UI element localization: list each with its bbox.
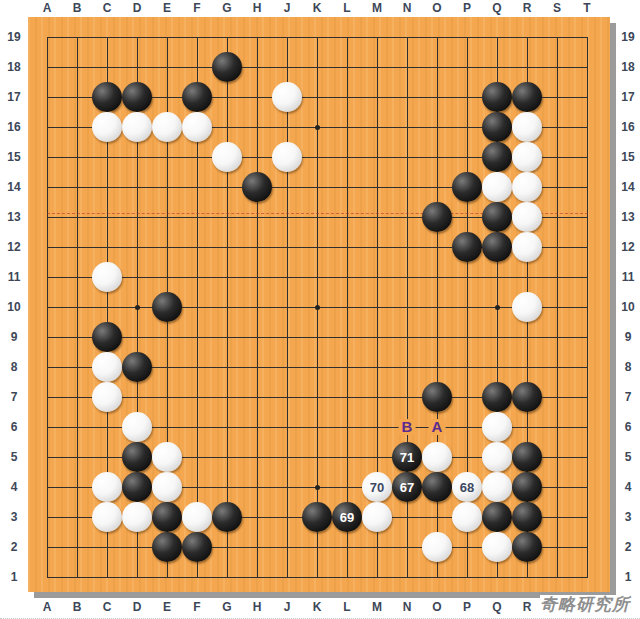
- coordinate-label: 14: [2, 180, 26, 194]
- stone-white: [482, 412, 512, 442]
- board-intersection[interactable]: [482, 172, 512, 202]
- coordinate-label: Q: [485, 1, 509, 15]
- stone-black: [242, 172, 272, 202]
- stone-white: [422, 532, 452, 562]
- board-intersection[interactable]: [512, 172, 542, 202]
- coordinate-label: 5: [616, 450, 640, 464]
- page: 7170676869AB ABCDEFGHJKLMNOPQRST ABCDEFG…: [0, 0, 640, 619]
- coordinate-label: K: [305, 600, 329, 614]
- board-intersection[interactable]: [512, 442, 542, 472]
- coordinate-label: 19: [2, 30, 26, 44]
- stone-white: [212, 142, 242, 172]
- stone-white: [152, 442, 182, 472]
- coordinate-label: D: [125, 600, 149, 614]
- stone-white: [272, 82, 302, 112]
- stone-white: [122, 412, 152, 442]
- board-intersection[interactable]: [512, 502, 542, 532]
- stone-white: [512, 232, 542, 262]
- board-intersection[interactable]: [152, 502, 182, 532]
- board-intersection[interactable]: [122, 502, 152, 532]
- coordinate-label: 1: [2, 570, 26, 584]
- stone-white: [482, 442, 512, 472]
- coordinate-label: A: [35, 600, 59, 614]
- board-intersection[interactable]: [422, 442, 452, 472]
- watermark-text: 奇略研究所: [540, 595, 640, 617]
- stone-white-move-68: 68: [452, 472, 482, 502]
- coordinate-label: J: [275, 600, 299, 614]
- board-intersection[interactable]: [272, 142, 302, 172]
- stone-black: [482, 82, 512, 112]
- stone-black: [182, 532, 212, 562]
- stone-white: [182, 112, 212, 142]
- board-intersection[interactable]: [422, 532, 452, 562]
- board-intersection[interactable]: [512, 382, 542, 412]
- coordinate-label: 7: [616, 390, 640, 404]
- board-intersection[interactable]: [482, 202, 512, 232]
- stone-white: [122, 502, 152, 532]
- board-intersection[interactable]: [452, 232, 482, 262]
- board-intersection[interactable]: [92, 322, 122, 352]
- stone-black: [182, 82, 212, 112]
- coordinate-label: 11: [616, 270, 640, 284]
- coordinate-label: B: [65, 1, 89, 15]
- coordinate-label: H: [245, 1, 269, 15]
- stone-black: [512, 472, 542, 502]
- coordinate-label: H: [245, 600, 269, 614]
- stone-white: [92, 382, 122, 412]
- board-intersection[interactable]: [512, 232, 542, 262]
- stone-white: [182, 502, 212, 532]
- board-intersection[interactable]: [182, 82, 212, 112]
- coordinate-label: P: [455, 1, 479, 15]
- board-intersection[interactable]: [152, 292, 182, 322]
- coordinate-label: S: [545, 1, 569, 15]
- board-intersection[interactable]: [422, 202, 452, 232]
- board-intersection[interactable]: [482, 82, 512, 112]
- coordinate-label: 15: [2, 150, 26, 164]
- board-intersection[interactable]: [152, 472, 182, 502]
- board-intersection[interactable]: [122, 112, 152, 142]
- stone-black: [152, 292, 182, 322]
- coordinate-label: C: [95, 1, 119, 15]
- coordinate-label: 2: [616, 540, 640, 554]
- board-intersection[interactable]: [482, 412, 512, 442]
- stone-black: [122, 82, 152, 112]
- board-intersection[interactable]: [182, 532, 212, 562]
- board-intersection[interactable]: [182, 502, 212, 532]
- coordinate-label: 13: [2, 210, 26, 224]
- coordinate-label: 2: [2, 540, 26, 554]
- stone-black: [302, 502, 332, 532]
- move-number-label: 67: [400, 481, 414, 494]
- stone-black: [422, 382, 452, 412]
- coordinate-label: 1: [616, 570, 640, 584]
- stone-black: [422, 472, 452, 502]
- board-intersection[interactable]: [302, 502, 332, 532]
- board-intersection[interactable]: [512, 472, 542, 502]
- board-intersection[interactable]: [152, 532, 182, 562]
- coordinate-label: O: [425, 1, 449, 15]
- stone-black: [122, 472, 152, 502]
- coordinate-label: G: [215, 1, 239, 15]
- board-intersection[interactable]: [122, 82, 152, 112]
- board-intersection[interactable]: [512, 112, 542, 142]
- stone-white: [362, 502, 392, 532]
- coordinate-label: C: [95, 600, 119, 614]
- board-intersection[interactable]: 71: [392, 442, 422, 472]
- board-intersection[interactable]: [242, 172, 272, 202]
- coordinate-label: 18: [2, 60, 26, 74]
- coordinate-label: 15: [616, 150, 640, 164]
- coordinate-label: 13: [616, 210, 640, 224]
- board-intersection[interactable]: [422, 382, 452, 412]
- stone-white: [122, 112, 152, 142]
- board-intersection[interactable]: [122, 412, 152, 442]
- stone-black: [122, 442, 152, 472]
- stone-white: [92, 352, 122, 382]
- coordinate-label: L: [335, 1, 359, 15]
- board-intersection[interactable]: [92, 472, 122, 502]
- coordinate-label: 7: [2, 390, 26, 404]
- board-intersection[interactable]: [482, 232, 512, 262]
- coordinate-label: F: [185, 1, 209, 15]
- board-intersection[interactable]: [122, 472, 152, 502]
- stone-white: [272, 142, 302, 172]
- board-intersection[interactable]: [512, 82, 542, 112]
- coordinate-label: 6: [616, 420, 640, 434]
- coordinate-label: 14: [616, 180, 640, 194]
- stone-white: [152, 472, 182, 502]
- coordinate-label: T: [575, 1, 599, 15]
- coordinate-label: R: [515, 1, 539, 15]
- coordinate-label: E: [155, 1, 179, 15]
- board-intersection[interactable]: 67: [392, 472, 422, 502]
- coordinate-label: 3: [2, 510, 26, 524]
- coordinate-label: 8: [2, 360, 26, 374]
- coordinate-label: 6: [2, 420, 26, 434]
- move-number-label: 69: [340, 511, 354, 524]
- move-number-label: 70: [370, 481, 384, 494]
- coordinate-label: F: [185, 600, 209, 614]
- coordinate-label: J: [275, 1, 299, 15]
- board-intersection[interactable]: [152, 442, 182, 472]
- stone-white: [512, 172, 542, 202]
- stone-black: [212, 502, 242, 532]
- stone-white: [512, 292, 542, 322]
- board-intersection[interactable]: [212, 142, 242, 172]
- coordinate-label: 17: [616, 90, 640, 104]
- stone-white: [92, 502, 122, 532]
- board-intersection[interactable]: [512, 202, 542, 232]
- stone-black-move-67: 67: [392, 472, 422, 502]
- coordinate-label: 17: [2, 90, 26, 104]
- stone-black-move-69: 69: [332, 502, 362, 532]
- coordinate-label: 12: [2, 240, 26, 254]
- stone-black: [512, 82, 542, 112]
- board-intersection[interactable]: 68: [452, 472, 482, 502]
- stone-black: [92, 82, 122, 112]
- board-intersection[interactable]: [482, 142, 512, 172]
- board-intersection[interactable]: [482, 382, 512, 412]
- board-intersection[interactable]: [362, 502, 392, 532]
- coordinate-label: 10: [616, 300, 640, 314]
- stone-black: [422, 202, 452, 232]
- board-intersection[interactable]: [92, 352, 122, 382]
- coordinate-label: 10: [2, 300, 26, 314]
- coordinate-label: 12: [616, 240, 640, 254]
- stone-white: [422, 442, 452, 472]
- board-intersection[interactable]: A: [422, 412, 452, 442]
- coordinate-label: 16: [2, 120, 26, 134]
- board-marker-a: A: [429, 419, 446, 435]
- move-number-label: 71: [400, 451, 414, 464]
- stone-black: [122, 352, 152, 382]
- board-intersection[interactable]: [482, 442, 512, 472]
- stone-black: [482, 232, 512, 262]
- coordinate-label: K: [305, 1, 329, 15]
- board-intersection[interactable]: [452, 172, 482, 202]
- coordinate-label: L: [335, 600, 359, 614]
- board-intersection[interactable]: [482, 532, 512, 562]
- coordinate-label: A: [35, 1, 59, 15]
- go-board[interactable]: 7170676869AB: [28, 17, 610, 592]
- board-grid[interactable]: 7170676869AB: [32, 22, 602, 592]
- stone-black-move-71: 71: [392, 442, 422, 472]
- coordinate-label: R: [515, 600, 539, 614]
- board-intersection[interactable]: [512, 142, 542, 172]
- board-intersection[interactable]: [92, 262, 122, 292]
- coordinate-label: B: [65, 600, 89, 614]
- stone-black: [512, 382, 542, 412]
- board-intersection[interactable]: [272, 82, 302, 112]
- board-intersection[interactable]: [482, 112, 512, 142]
- board-intersection[interactable]: [182, 112, 212, 142]
- stone-white: [92, 472, 122, 502]
- stone-black: [92, 322, 122, 352]
- move-number-label: 68: [460, 481, 474, 494]
- coordinate-label: 19: [616, 30, 640, 44]
- stone-black: [482, 142, 512, 172]
- board-intersection[interactable]: 69: [332, 502, 362, 532]
- stone-black: [482, 202, 512, 232]
- stone-black: [482, 382, 512, 412]
- stone-white: [512, 142, 542, 172]
- coordinate-label: D: [125, 1, 149, 15]
- coordinate-label: P: [455, 600, 479, 614]
- coordinate-label: 4: [2, 480, 26, 494]
- coordinate-label: Q: [485, 600, 509, 614]
- board-intersection[interactable]: [122, 442, 152, 472]
- board-intersection[interactable]: [422, 472, 452, 502]
- coordinate-label: 5: [2, 450, 26, 464]
- coordinate-label: N: [395, 1, 419, 15]
- coordinate-label: 3: [616, 510, 640, 524]
- board-intersection[interactable]: [92, 502, 122, 532]
- stone-white: [92, 262, 122, 292]
- board-intersection[interactable]: 70: [362, 472, 392, 502]
- coordinate-label: G: [215, 600, 239, 614]
- coordinate-label: 4: [616, 480, 640, 494]
- board-intersection[interactable]: [92, 112, 122, 142]
- stone-black: [512, 532, 542, 562]
- board-intersection[interactable]: [212, 502, 242, 532]
- stone-black: [452, 172, 482, 202]
- board-intersection[interactable]: [92, 82, 122, 112]
- stone-black: [482, 502, 512, 532]
- coordinate-label: 16: [616, 120, 640, 134]
- board-intersection[interactable]: [482, 502, 512, 532]
- coordinate-label: 9: [2, 330, 26, 344]
- stone-white: [152, 112, 182, 142]
- coordinate-label: 18: [616, 60, 640, 74]
- stone-black: [212, 52, 242, 82]
- board-intersection[interactable]: B: [392, 412, 422, 442]
- stone-black: [512, 442, 542, 472]
- stone-black: [152, 502, 182, 532]
- coordinate-label: 11: [2, 270, 26, 284]
- board-intersection[interactable]: [122, 352, 152, 382]
- stone-white: [482, 532, 512, 562]
- coordinate-label: M: [365, 600, 389, 614]
- stone-black: [152, 532, 182, 562]
- stone-white: [92, 112, 122, 142]
- board-intersection[interactable]: [512, 292, 542, 322]
- board-marker-b: B: [399, 419, 416, 435]
- stone-white: [452, 502, 482, 532]
- stone-white: [482, 472, 512, 502]
- stone-white-move-70: 70: [362, 472, 392, 502]
- stone-white: [512, 202, 542, 232]
- board-intersection[interactable]: [452, 502, 482, 532]
- coordinate-label: N: [395, 600, 419, 614]
- stone-white: [512, 112, 542, 142]
- stone-white: [482, 172, 512, 202]
- stone-black: [512, 502, 542, 532]
- coordinate-label: 8: [616, 360, 640, 374]
- board-intersection[interactable]: [152, 112, 182, 142]
- stone-black: [452, 232, 482, 262]
- coordinate-label: M: [365, 1, 389, 15]
- board-intersection[interactable]: [212, 52, 242, 82]
- board-intersection[interactable]: [482, 472, 512, 502]
- board-intersection[interactable]: [512, 532, 542, 562]
- coordinate-label: 9: [616, 330, 640, 344]
- board-intersection[interactable]: [92, 382, 122, 412]
- coordinate-label: O: [425, 600, 449, 614]
- coordinate-label: E: [155, 600, 179, 614]
- stone-black: [482, 112, 512, 142]
